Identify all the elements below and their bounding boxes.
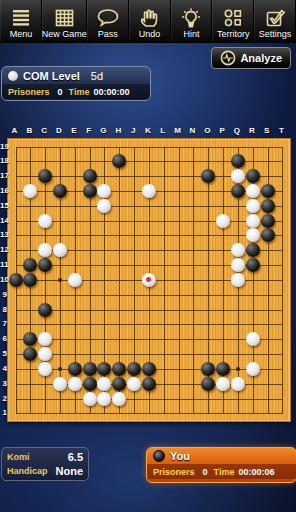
star-point [58, 367, 62, 371]
menu-button[interactable]: Menu [0, 0, 42, 42]
black-stone-F3 [83, 377, 97, 391]
hand-icon [141, 7, 159, 29]
row-label-1: 1 [0, 408, 7, 417]
column-label-Q: Q [230, 126, 244, 135]
white-stone-K10 [142, 273, 156, 287]
white-stone-R14 [246, 214, 260, 228]
column-label-E: E [67, 126, 81, 135]
white-stone-C12 [38, 243, 52, 257]
row-label-16: 16 [0, 186, 7, 195]
last-move-marker [146, 277, 151, 282]
pulse-gauge-icon [220, 50, 236, 66]
black-stone-H4 [112, 362, 126, 376]
white-stone-R16 [246, 184, 260, 198]
undo-button[interactable]: Undo [129, 0, 171, 42]
column-label-M: M [171, 126, 185, 135]
black-stone-O3 [201, 377, 215, 391]
white-stone-C6 [38, 332, 52, 346]
black-stone-B11 [23, 258, 37, 272]
com-name: COM Level [23, 70, 80, 82]
column-label-D: D [52, 126, 66, 135]
black-stone-D16 [53, 184, 67, 198]
black-stone-K4 [142, 362, 156, 376]
black-stone-B5 [23, 347, 37, 361]
column-label-H: H [111, 126, 125, 135]
analyze-label: Analyze [240, 52, 282, 64]
star-point [236, 367, 240, 371]
grid-line-horizontal [16, 310, 284, 311]
hint-button[interactable]: Hint [171, 0, 213, 42]
you-player-panel: You Prisoners 0 Time 00:00:06 [146, 447, 296, 483]
com-level: 5d [91, 70, 103, 82]
column-label-R: R [245, 126, 259, 135]
white-stone-D3 [53, 377, 67, 391]
grid-line-horizontal [16, 354, 284, 355]
row-label-19: 19 [0, 142, 7, 151]
grid-line-horizontal [16, 399, 284, 400]
black-stone-K3 [142, 377, 156, 391]
white-stone-K16 [142, 184, 156, 198]
komi-value: 6.5 [68, 451, 83, 463]
you-prisoners-value: 0 [203, 467, 208, 477]
black-stone-R11 [246, 258, 260, 272]
black-stone-S14 [261, 214, 275, 228]
row-label-2: 2 [0, 394, 7, 403]
com-time-value: 00:00:00 [93, 87, 129, 97]
black-stone-J4 [127, 362, 141, 376]
black-stone-P4 [216, 362, 230, 376]
row-label-6: 6 [0, 334, 7, 343]
black-stone-E4 [68, 362, 82, 376]
row-label-18: 18 [0, 156, 7, 165]
grid-line-vertical [164, 147, 165, 415]
white-stone-icon [8, 71, 18, 81]
column-label-B: B [22, 126, 36, 135]
black-stone-H18 [112, 154, 126, 168]
white-stone-J3 [127, 377, 141, 391]
white-stone-E3 [68, 377, 82, 391]
territory-button[interactable]: Territory [212, 0, 254, 42]
menu-icon [11, 7, 31, 29]
white-stone-Q12 [231, 243, 245, 257]
column-label-S: S [260, 126, 274, 135]
white-stone-Q3 [231, 377, 245, 391]
black-stone-S13 [261, 228, 275, 242]
pass-button[interactable]: Pass [87, 0, 129, 42]
black-stone-A10 [9, 273, 23, 287]
white-stone-R4 [246, 362, 260, 376]
row-label-17: 17 [0, 171, 7, 180]
you-time-label: Time [214, 467, 235, 477]
column-label-O: O [200, 126, 214, 135]
white-stone-C14 [38, 214, 52, 228]
game-info-panel: Komi 6.5 Handicap None [1, 447, 89, 481]
komi-label: Komi [7, 452, 30, 462]
go-board[interactable] [7, 138, 291, 422]
column-label-P: P [215, 126, 229, 135]
white-stone-B16 [23, 184, 37, 198]
white-stone-H2 [112, 392, 126, 406]
black-stone-Q16 [231, 184, 245, 198]
black-stone-icon [153, 450, 165, 462]
territory-label: Territory [217, 29, 250, 40]
black-stone-Q18 [231, 154, 245, 168]
black-stone-S16 [261, 184, 275, 198]
white-stone-P3 [216, 377, 230, 391]
row-label-9: 9 [0, 290, 7, 299]
white-stone-R6 [246, 332, 260, 346]
com-player-panel: COM Level 5d Prisoners 0 Time 00:00:00 [1, 66, 151, 101]
handicap-value: None [56, 465, 84, 477]
board-column-labels: ABCDEFGHJKLMNOPQRST [7, 126, 289, 137]
row-label-12: 12 [0, 245, 7, 254]
black-stone-F17 [83, 169, 97, 183]
grid-line-vertical [193, 147, 194, 415]
grid-line-horizontal [16, 339, 284, 340]
row-label-4: 4 [0, 364, 7, 373]
undo-label: Undo [139, 29, 161, 40]
new-game-label: New Game [42, 29, 87, 40]
handicap-label: Handicap [7, 466, 48, 476]
speech-bubble-icon [97, 7, 119, 29]
row-label-15: 15 [0, 201, 7, 210]
territory-shapes-icon [224, 7, 242, 29]
black-stone-B10 [23, 273, 37, 287]
black-stone-H3 [112, 377, 126, 391]
hint-label: Hint [183, 29, 199, 40]
checkbox-pencil-icon [266, 7, 285, 29]
black-stone-C11 [38, 258, 52, 272]
black-stone-S15 [261, 199, 275, 213]
toolbar: Menu New Game Pass Undo Hint [0, 0, 296, 43]
white-stone-Q10 [231, 273, 245, 287]
column-label-C: C [37, 126, 51, 135]
row-label-11: 11 [0, 260, 7, 269]
white-stone-Q17 [231, 169, 245, 183]
you-prisoners-label: Prisoners [153, 467, 195, 477]
white-stone-Q11 [231, 258, 245, 272]
white-stone-R13 [246, 228, 260, 242]
new-game-button[interactable]: New Game [42, 0, 87, 42]
com-time-label: Time [69, 87, 90, 97]
row-label-3: 3 [0, 379, 7, 388]
column-label-L: L [156, 126, 170, 135]
black-stone-R12 [246, 243, 260, 257]
grid-line-horizontal [16, 324, 284, 325]
lightbulb-icon [181, 7, 201, 29]
white-stone-G15 [97, 199, 111, 213]
column-label-F: F [82, 126, 96, 135]
white-stone-C5 [38, 347, 52, 361]
menu-label: Menu [10, 29, 33, 40]
grid-line-horizontal [16, 295, 284, 296]
row-label-14: 14 [0, 216, 7, 225]
you-name: You [170, 450, 190, 462]
you-time-value: 00:00:06 [238, 467, 274, 477]
black-stone-F16 [83, 184, 97, 198]
black-stone-G4 [97, 362, 111, 376]
com-prisoners-value: 0 [58, 87, 63, 97]
white-stone-F2 [83, 392, 97, 406]
column-label-N: N [185, 126, 199, 135]
column-label-J: J [126, 126, 140, 135]
black-stone-B6 [23, 332, 37, 346]
grid-line-horizontal [16, 413, 284, 414]
grid-line-vertical [179, 147, 180, 415]
white-stone-G16 [97, 184, 111, 198]
column-label-A: A [8, 126, 22, 135]
settings-button[interactable]: Settings [254, 0, 296, 42]
grid-line-vertical [282, 147, 283, 415]
white-stone-E10 [68, 273, 82, 287]
black-stone-O4 [201, 362, 215, 376]
settings-label: Settings [259, 29, 292, 40]
row-label-5: 5 [0, 349, 7, 358]
white-stone-D12 [53, 243, 67, 257]
row-label-8: 8 [0, 305, 7, 314]
black-stone-C8 [38, 303, 52, 317]
row-label-7: 7 [0, 319, 7, 328]
white-stone-G3 [97, 377, 111, 391]
goban-grid-icon [55, 7, 74, 29]
app-screen: Menu New Game Pass Undo Hint [0, 0, 296, 512]
column-label-K: K [141, 126, 155, 135]
row-label-13: 13 [0, 230, 7, 239]
com-prisoners-label: Prisoners [8, 87, 50, 97]
column-label-T: T [274, 126, 288, 135]
row-label-10: 10 [0, 275, 7, 284]
column-label-G: G [96, 126, 110, 135]
analyze-button[interactable]: Analyze [211, 47, 291, 69]
white-stone-R15 [246, 199, 260, 213]
white-stone-P14 [216, 214, 230, 228]
white-stone-C4 [38, 362, 52, 376]
pass-label: Pass [98, 29, 118, 40]
black-stone-O17 [201, 169, 215, 183]
black-stone-R17 [246, 169, 260, 183]
star-point [58, 278, 62, 282]
white-stone-G2 [97, 392, 111, 406]
black-stone-F4 [83, 362, 97, 376]
black-stone-C17 [38, 169, 52, 183]
